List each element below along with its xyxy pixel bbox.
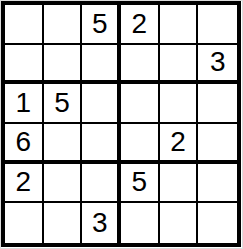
cell-r2c2[interactable] xyxy=(44,45,83,85)
cell-r4c4[interactable] xyxy=(121,124,160,164)
cell-r5c3[interactable] xyxy=(82,164,121,204)
cell-r5c6[interactable] xyxy=(198,164,237,204)
cell-r6c1[interactable] xyxy=(5,203,44,243)
sudoku-board: 5231562253 xyxy=(1,1,241,247)
sudoku-screenshot: 5231562253 xyxy=(0,0,243,249)
cell-r4c6[interactable] xyxy=(198,124,237,164)
cell-r4c1[interactable]: 6 xyxy=(5,124,44,164)
cell-r1c4[interactable]: 2 xyxy=(121,5,160,45)
cell-r3c6[interactable] xyxy=(198,84,237,124)
cell-r1c2[interactable] xyxy=(44,5,83,45)
cell-r5c2[interactable] xyxy=(44,164,83,204)
cell-r3c1[interactable]: 1 xyxy=(5,84,44,124)
cell-r2c6[interactable]: 3 xyxy=(198,45,237,85)
cell-r6c6[interactable] xyxy=(198,203,237,243)
cell-r2c4[interactable] xyxy=(121,45,160,85)
cell-r1c1[interactable] xyxy=(5,5,44,45)
cell-r3c5[interactable] xyxy=(160,84,199,124)
cell-r2c1[interactable] xyxy=(5,45,44,85)
cell-r1c6[interactable] xyxy=(198,5,237,45)
cell-r4c5[interactable]: 2 xyxy=(160,124,199,164)
cell-r3c4[interactable] xyxy=(121,84,160,124)
cell-r5c1[interactable]: 2 xyxy=(5,164,44,204)
cell-r6c2[interactable] xyxy=(44,203,83,243)
cell-r1c5[interactable] xyxy=(160,5,199,45)
cell-r2c5[interactable] xyxy=(160,45,199,85)
cell-r4c2[interactable] xyxy=(44,124,83,164)
cell-r5c4[interactable]: 5 xyxy=(121,164,160,204)
cell-r6c5[interactable] xyxy=(160,203,199,243)
cell-r4c3[interactable] xyxy=(82,124,121,164)
cell-r3c2[interactable]: 5 xyxy=(44,84,83,124)
cell-r6c3[interactable]: 3 xyxy=(82,203,121,243)
cell-r6c4[interactable] xyxy=(121,203,160,243)
cell-r3c3[interactable] xyxy=(82,84,121,124)
cell-r1c3[interactable]: 5 xyxy=(82,5,121,45)
cell-r2c3[interactable] xyxy=(82,45,121,85)
cell-r5c5[interactable] xyxy=(160,164,199,204)
